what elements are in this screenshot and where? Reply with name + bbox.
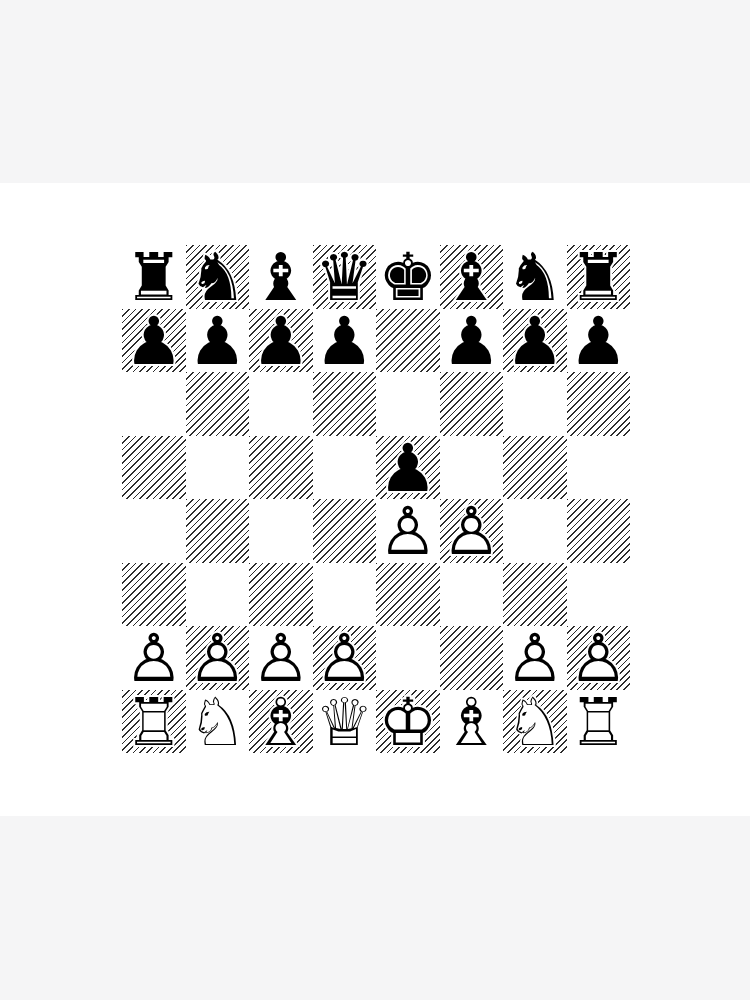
black-king-e8[interactable]: ♚ <box>376 245 440 309</box>
white-queen-d1[interactable]: ♕ <box>313 690 377 754</box>
square-c1[interactable]: ♝♗ <box>249 690 313 754</box>
black-pawn-d7[interactable]: ♟ <box>313 309 377 373</box>
square-d7[interactable]: ♟♟ <box>313 309 377 373</box>
square-d4[interactable] <box>313 499 377 563</box>
black-bishop-f8[interactable]: ♝ <box>440 245 504 309</box>
square-c7[interactable]: ♟♟ <box>249 309 313 373</box>
square-f4[interactable]: ♟♙ <box>440 499 504 563</box>
square-f1[interactable]: ♝♗ <box>440 690 504 754</box>
square-e3[interactable] <box>376 563 440 627</box>
square-b3[interactable] <box>186 563 250 627</box>
white-knight-b1[interactable]: ♘ <box>186 690 250 754</box>
square-d2[interactable]: ♟♙ <box>313 626 377 690</box>
square-a5[interactable] <box>122 436 186 500</box>
white-pawn-c2[interactable]: ♙ <box>249 626 313 690</box>
bottom-margin-band <box>0 816 750 1000</box>
square-e2[interactable] <box>376 626 440 690</box>
white-pawn-d2[interactable]: ♙ <box>313 626 377 690</box>
square-g8[interactable]: ♞♞ <box>503 245 567 309</box>
white-rook-a1[interactable]: ♖ <box>122 690 186 754</box>
square-f2[interactable] <box>440 626 504 690</box>
black-bishop-c8[interactable]: ♝ <box>249 245 313 309</box>
square-e1[interactable]: ♚♔ <box>376 690 440 754</box>
white-pawn-f4[interactable]: ♙ <box>440 499 504 563</box>
square-e6[interactable] <box>376 372 440 436</box>
black-pawn-e5[interactable]: ♟ <box>376 436 440 500</box>
square-g3[interactable] <box>503 563 567 627</box>
square-c8[interactable]: ♝♝ <box>249 245 313 309</box>
white-pawn-h2[interactable]: ♙ <box>567 626 631 690</box>
square-a8[interactable]: ♜♜ <box>122 245 186 309</box>
chess-board: ♜♜♞♞♝♝♛♛♚♚♝♝♞♞♜♜♟♟♟♟♟♟♟♟♟♟♟♟♟♟♟♟♟♙♟♙♟♙♟♙… <box>122 245 630 753</box>
square-c3[interactable] <box>249 563 313 627</box>
black-pawn-b7[interactable]: ♟ <box>186 309 250 373</box>
top-margin-band <box>0 0 750 183</box>
square-e4[interactable]: ♟♙ <box>376 499 440 563</box>
square-g2[interactable]: ♟♙ <box>503 626 567 690</box>
square-b2[interactable]: ♟♙ <box>186 626 250 690</box>
square-a7[interactable]: ♟♟ <box>122 309 186 373</box>
square-a2[interactable]: ♟♙ <box>122 626 186 690</box>
square-b5[interactable] <box>186 436 250 500</box>
square-d1[interactable]: ♛♕ <box>313 690 377 754</box>
black-rook-h8[interactable]: ♜ <box>567 245 631 309</box>
square-h2[interactable]: ♟♙ <box>567 626 631 690</box>
square-e5[interactable]: ♟♟ <box>376 436 440 500</box>
square-h1[interactable]: ♜♖ <box>567 690 631 754</box>
square-a1[interactable]: ♜♖ <box>122 690 186 754</box>
square-c5[interactable] <box>249 436 313 500</box>
white-pawn-e4[interactable]: ♙ <box>376 499 440 563</box>
square-a3[interactable] <box>122 563 186 627</box>
square-c6[interactable] <box>249 372 313 436</box>
square-b8[interactable]: ♞♞ <box>186 245 250 309</box>
black-queen-d8[interactable]: ♛ <box>313 245 377 309</box>
square-h8[interactable]: ♜♜ <box>567 245 631 309</box>
square-h6[interactable] <box>567 372 631 436</box>
square-b4[interactable] <box>186 499 250 563</box>
square-f6[interactable] <box>440 372 504 436</box>
square-d6[interactable] <box>313 372 377 436</box>
page: ♜♜♞♞♝♝♛♛♚♚♝♝♞♞♜♜♟♟♟♟♟♟♟♟♟♟♟♟♟♟♟♟♟♙♟♙♟♙♟♙… <box>0 0 750 1000</box>
square-a6[interactable] <box>122 372 186 436</box>
square-g7[interactable]: ♟♟ <box>503 309 567 373</box>
black-pawn-a7[interactable]: ♟ <box>122 309 186 373</box>
square-b7[interactable]: ♟♟ <box>186 309 250 373</box>
square-a4[interactable] <box>122 499 186 563</box>
black-knight-b8[interactable]: ♞ <box>186 245 250 309</box>
white-bishop-c1[interactable]: ♗ <box>249 690 313 754</box>
square-f3[interactable] <box>440 563 504 627</box>
square-b6[interactable] <box>186 372 250 436</box>
square-h3[interactable] <box>567 563 631 627</box>
square-f5[interactable] <box>440 436 504 500</box>
black-knight-g8[interactable]: ♞ <box>503 245 567 309</box>
square-d5[interactable] <box>313 436 377 500</box>
square-g1[interactable]: ♞♘ <box>503 690 567 754</box>
black-pawn-f7[interactable]: ♟ <box>440 309 504 373</box>
square-e8[interactable]: ♚♚ <box>376 245 440 309</box>
square-g6[interactable] <box>503 372 567 436</box>
white-knight-g1[interactable]: ♘ <box>503 690 567 754</box>
square-f7[interactable]: ♟♟ <box>440 309 504 373</box>
white-pawn-a2[interactable]: ♙ <box>122 626 186 690</box>
square-e7[interactable] <box>376 309 440 373</box>
square-c2[interactable]: ♟♙ <box>249 626 313 690</box>
black-rook-a8[interactable]: ♜ <box>122 245 186 309</box>
square-c4[interactable] <box>249 499 313 563</box>
white-rook-h1[interactable]: ♖ <box>567 690 631 754</box>
black-pawn-c7[interactable]: ♟ <box>249 309 313 373</box>
square-h5[interactable] <box>567 436 631 500</box>
black-pawn-g7[interactable]: ♟ <box>503 309 567 373</box>
black-pawn-h7[interactable]: ♟ <box>567 309 631 373</box>
white-king-e1[interactable]: ♔ <box>376 690 440 754</box>
white-pawn-g2[interactable]: ♙ <box>503 626 567 690</box>
square-h4[interactable] <box>567 499 631 563</box>
square-d3[interactable] <box>313 563 377 627</box>
square-h7[interactable]: ♟♟ <box>567 309 631 373</box>
square-g5[interactable] <box>503 436 567 500</box>
white-bishop-f1[interactable]: ♗ <box>440 690 504 754</box>
square-f8[interactable]: ♝♝ <box>440 245 504 309</box>
square-b1[interactable]: ♞♘ <box>186 690 250 754</box>
square-d8[interactable]: ♛♛ <box>313 245 377 309</box>
white-pawn-b2[interactable]: ♙ <box>186 626 250 690</box>
square-g4[interactable] <box>503 499 567 563</box>
